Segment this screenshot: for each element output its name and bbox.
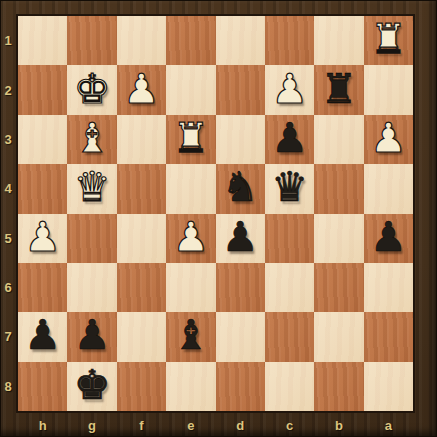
square-h8[interactable] bbox=[18, 362, 67, 411]
square-f6[interactable] bbox=[117, 263, 166, 312]
file-label-c: c bbox=[265, 415, 314, 435]
square-f8[interactable] bbox=[117, 362, 166, 411]
square-f5[interactable] bbox=[117, 214, 166, 263]
square-a1[interactable]: ♜ bbox=[364, 16, 413, 65]
square-d7[interactable] bbox=[216, 312, 265, 361]
black-queen-piece[interactable]: ♛ bbox=[271, 167, 308, 208]
square-b4[interactable] bbox=[314, 164, 363, 213]
square-g2[interactable]: ♚ bbox=[67, 65, 116, 114]
square-c5[interactable] bbox=[265, 214, 314, 263]
square-b8[interactable] bbox=[314, 362, 363, 411]
square-c1[interactable] bbox=[265, 16, 314, 65]
file-label-h: h bbox=[18, 415, 67, 435]
square-g3[interactable]: ♝ bbox=[67, 115, 116, 164]
file-label-b: b bbox=[314, 415, 363, 435]
square-d4[interactable]: ♞ bbox=[216, 164, 265, 213]
black-bishop-piece[interactable]: ♝ bbox=[172, 315, 209, 356]
rank-label-7: 7 bbox=[0, 312, 16, 361]
square-h4[interactable] bbox=[18, 164, 67, 213]
square-b1[interactable] bbox=[314, 16, 363, 65]
square-g7[interactable]: ♟ bbox=[67, 312, 116, 361]
rank-label-3: 3 bbox=[0, 115, 16, 164]
square-b2[interactable]: ♜ bbox=[314, 65, 363, 114]
square-c6[interactable] bbox=[265, 263, 314, 312]
square-f4[interactable] bbox=[117, 164, 166, 213]
file-label-d: d bbox=[216, 415, 265, 435]
square-h5[interactable]: ♟ bbox=[18, 214, 67, 263]
black-king-piece[interactable]: ♚ bbox=[74, 365, 111, 406]
black-pawn-piece[interactable]: ♟ bbox=[370, 217, 407, 258]
file-labels: hgfedcba bbox=[18, 415, 413, 435]
square-e4[interactable] bbox=[166, 164, 215, 213]
white-rook-piece[interactable]: ♜ bbox=[370, 19, 407, 60]
white-pawn-piece[interactable]: ♟ bbox=[123, 69, 160, 110]
square-d5[interactable]: ♟ bbox=[216, 214, 265, 263]
rank-label-6: 6 bbox=[0, 263, 16, 312]
file-label-e: e bbox=[166, 415, 215, 435]
square-b6[interactable] bbox=[314, 263, 363, 312]
square-a5[interactable]: ♟ bbox=[364, 214, 413, 263]
square-c4[interactable]: ♛ bbox=[265, 164, 314, 213]
rank-label-8: 8 bbox=[0, 362, 16, 411]
black-knight-piece[interactable]: ♞ bbox=[222, 167, 259, 208]
square-c8[interactable] bbox=[265, 362, 314, 411]
file-label-a: a bbox=[364, 415, 413, 435]
square-h6[interactable] bbox=[18, 263, 67, 312]
square-h1[interactable] bbox=[18, 16, 67, 65]
square-e1[interactable] bbox=[166, 16, 215, 65]
rank-labels: 12345678 bbox=[0, 16, 16, 411]
square-a8[interactable] bbox=[364, 362, 413, 411]
square-f1[interactable] bbox=[117, 16, 166, 65]
black-rook-piece[interactable]: ♜ bbox=[321, 69, 358, 110]
square-d6[interactable] bbox=[216, 263, 265, 312]
square-c3[interactable]: ♟ bbox=[265, 115, 314, 164]
square-a7[interactable] bbox=[364, 312, 413, 361]
rank-label-2: 2 bbox=[0, 65, 16, 114]
white-pawn-piece[interactable]: ♟ bbox=[24, 217, 61, 258]
square-d8[interactable] bbox=[216, 362, 265, 411]
square-h2[interactable] bbox=[18, 65, 67, 114]
rank-label-4: 4 bbox=[0, 164, 16, 213]
black-pawn-piece[interactable]: ♟ bbox=[271, 118, 308, 159]
square-e6[interactable] bbox=[166, 263, 215, 312]
square-h7[interactable]: ♟ bbox=[18, 312, 67, 361]
square-a4[interactable] bbox=[364, 164, 413, 213]
square-f3[interactable] bbox=[117, 115, 166, 164]
square-a3[interactable]: ♟ bbox=[364, 115, 413, 164]
square-g6[interactable] bbox=[67, 263, 116, 312]
square-f7[interactable] bbox=[117, 312, 166, 361]
square-e3[interactable]: ♜ bbox=[166, 115, 215, 164]
file-label-g: g bbox=[67, 415, 116, 435]
white-king-piece[interactable]: ♚ bbox=[74, 69, 111, 110]
square-d1[interactable] bbox=[216, 16, 265, 65]
square-d3[interactable] bbox=[216, 115, 265, 164]
square-b3[interactable] bbox=[314, 115, 363, 164]
black-pawn-piece[interactable]: ♟ bbox=[222, 217, 259, 258]
square-b5[interactable] bbox=[314, 214, 363, 263]
white-rook-piece[interactable]: ♜ bbox=[172, 118, 209, 159]
white-queen-piece[interactable]: ♛ bbox=[74, 167, 111, 208]
square-g4[interactable]: ♛ bbox=[67, 164, 116, 213]
square-f2[interactable]: ♟ bbox=[117, 65, 166, 114]
square-e5[interactable]: ♟ bbox=[166, 214, 215, 263]
square-g1[interactable] bbox=[67, 16, 116, 65]
white-bishop-piece[interactable]: ♝ bbox=[74, 118, 111, 159]
square-a6[interactable] bbox=[364, 263, 413, 312]
square-e7[interactable]: ♝ bbox=[166, 312, 215, 361]
chess-board: ♜♚♟♟♜♝♜♟♟♛♞♛♟♟♟♟♟♟♝♚ bbox=[16, 14, 415, 413]
white-pawn-piece[interactable]: ♟ bbox=[271, 69, 308, 110]
square-g5[interactable] bbox=[67, 214, 116, 263]
square-c2[interactable]: ♟ bbox=[265, 65, 314, 114]
chessboard-frame: ♜♚♟♟♜♝♜♟♟♛♞♛♟♟♟♟♟♟♝♚ 12345678 hgfedcba bbox=[0, 0, 437, 437]
square-e8[interactable] bbox=[166, 362, 215, 411]
square-e2[interactable] bbox=[166, 65, 215, 114]
square-d2[interactable] bbox=[216, 65, 265, 114]
file-label-f: f bbox=[117, 415, 166, 435]
square-a2[interactable] bbox=[364, 65, 413, 114]
black-pawn-piece[interactable]: ♟ bbox=[74, 315, 111, 356]
square-b7[interactable] bbox=[314, 312, 363, 361]
white-pawn-piece[interactable]: ♟ bbox=[370, 118, 407, 159]
square-g8[interactable]: ♚ bbox=[67, 362, 116, 411]
square-h3[interactable] bbox=[18, 115, 67, 164]
white-pawn-piece[interactable]: ♟ bbox=[172, 217, 209, 258]
rank-label-5: 5 bbox=[0, 214, 16, 263]
square-c7[interactable] bbox=[265, 312, 314, 361]
black-pawn-piece[interactable]: ♟ bbox=[24, 315, 61, 356]
rank-label-1: 1 bbox=[0, 16, 16, 65]
